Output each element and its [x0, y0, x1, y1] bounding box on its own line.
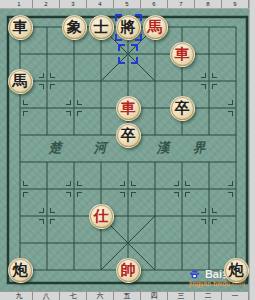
- piece-glyph: 馬: [13, 68, 28, 93]
- piece-black-cannon-left[interactable]: 炮: [8, 258, 33, 283]
- baidu-paw-icon: [189, 269, 200, 280]
- piece-glyph: 炮: [13, 257, 28, 282]
- file-character-3: 七: [60, 292, 87, 300]
- piece-red-chariot-right[interactable]: 車: [170, 42, 195, 67]
- point-marker: [12, 181, 28, 197]
- point-marker: [201, 73, 217, 89]
- watermark-brand-prefix: Bai: [205, 269, 222, 280]
- point-marker: [228, 181, 244, 197]
- piece-red-horse[interactable]: 馬: [143, 15, 168, 40]
- file-number-8: 8: [195, 0, 222, 8]
- file-number-9: 9: [222, 0, 249, 8]
- point-marker: [12, 100, 28, 116]
- file-number-7: 7: [168, 0, 195, 8]
- piece-black-cannon-right[interactable]: 炮: [224, 258, 249, 283]
- piece-red-advisor[interactable]: 仕: [89, 204, 114, 229]
- file-character-1: 九: [6, 292, 33, 300]
- river-char-3: 漢: [156, 139, 170, 157]
- piece-glyph: 車: [121, 95, 136, 120]
- file-number-5: 5: [114, 0, 141, 8]
- file-number-2: 2: [33, 0, 60, 8]
- file-character-6: 四: [141, 292, 168, 300]
- file-number-3: 3: [60, 0, 87, 8]
- right-edge-strip: [249, 0, 255, 300]
- file-character-7: 三: [168, 292, 195, 300]
- point-marker: [66, 100, 82, 116]
- piece-black-elephant[interactable]: 象: [62, 15, 87, 40]
- piece-black-horse[interactable]: 馬: [8, 69, 33, 94]
- river-char-1: 楚: [48, 139, 62, 157]
- xiangqi-app-window: 123456789 楚河漢界 Bai 经验 jingyan.baidu.com …: [0, 0, 255, 300]
- piece-glyph: 士: [94, 14, 109, 39]
- piece-black-chariot-left[interactable]: 車: [8, 15, 33, 40]
- piece-black-advisor[interactable]: 士: [89, 15, 114, 40]
- piece-glyph: 仕: [94, 203, 109, 228]
- bottom-ruler: 九八七六五四三二一: [0, 291, 255, 300]
- point-marker: [120, 181, 136, 197]
- file-character-9: 一: [222, 292, 249, 300]
- point-marker: [66, 181, 82, 197]
- piece-black-general[interactable]: 將: [116, 15, 141, 40]
- piece-red-general[interactable]: 帥: [116, 258, 141, 283]
- piece-glyph: 馬: [148, 14, 163, 39]
- piece-glyph: 象: [67, 14, 82, 39]
- piece-glyph: 車: [13, 14, 28, 39]
- point-marker: [174, 181, 190, 197]
- board-grid: [0, 9, 249, 291]
- piece-black-soldier-center[interactable]: 卒: [116, 123, 141, 148]
- file-character-5: 五: [114, 292, 141, 300]
- file-character-2: 八: [33, 292, 60, 300]
- top-ruler: 123456789: [0, 0, 255, 9]
- point-marker: [39, 73, 55, 89]
- piece-glyph: 帥: [121, 257, 136, 282]
- file-character-4: 六: [87, 292, 114, 300]
- piece-red-chariot-center[interactable]: 車: [116, 96, 141, 121]
- piece-glyph: 將: [121, 14, 136, 39]
- xiangqi-board[interactable]: 楚河漢界 Bai 经验 jingyan.baidu.com 車象士將馬車馬車卒卒…: [0, 9, 249, 291]
- point-marker: [201, 208, 217, 224]
- point-marker: [39, 208, 55, 224]
- piece-glyph: 卒: [175, 95, 190, 120]
- point-marker: [228, 100, 244, 116]
- file-number-4: 4: [87, 0, 114, 8]
- file-number-1: 1: [6, 0, 33, 8]
- piece-glyph: 卒: [121, 122, 136, 147]
- river-char-2: 河: [93, 139, 107, 157]
- piece-glyph: 炮: [229, 257, 244, 282]
- piece-black-soldier-right[interactable]: 卒: [170, 96, 195, 121]
- file-character-8: 二: [195, 292, 222, 300]
- river-char-4: 界: [192, 139, 206, 157]
- file-number-6: 6: [141, 0, 168, 8]
- piece-glyph: 車: [175, 41, 190, 66]
